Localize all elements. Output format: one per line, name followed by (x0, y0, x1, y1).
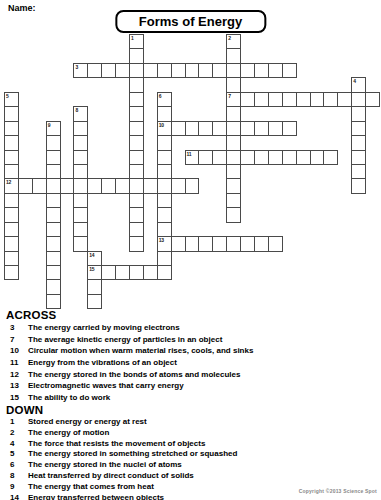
cell-number-13: 13 (159, 237, 164, 243)
grid-cell-r14c19[interactable] (268, 236, 283, 251)
grid-cell-r4c17[interactable] (240, 92, 255, 107)
grid-cell-r4c24[interactable] (337, 92, 352, 107)
grid-cell-r9c11[interactable] (157, 164, 172, 179)
clue-text: The force that resists the movement of o… (28, 439, 378, 450)
grid-cell-r15c11[interactable] (157, 251, 172, 266)
clue-text: The energy stored in the bonds of atoms … (28, 369, 378, 381)
grid-cell-r6c18[interactable] (254, 121, 269, 136)
down-clue-8: 8Heat transferred by direct conduct of s… (6, 471, 378, 482)
grid-cell-r2c19[interactable] (268, 63, 283, 78)
grid-cell-r1c9[interactable] (129, 48, 144, 63)
grid-cell-r5c11[interactable] (157, 106, 172, 121)
grid-cell-r9c5[interactable] (73, 164, 88, 179)
grid-cell-r12c16[interactable] (226, 207, 241, 222)
grid-cell-r8c9[interactable] (129, 150, 144, 165)
grid-cell-r4c25[interactable] (351, 92, 366, 107)
grid-cell-r6c11[interactable]: 10 (157, 121, 172, 136)
grid-cell-r10c11[interactable] (157, 178, 172, 193)
grid-cell-r16c10[interactable] (143, 265, 158, 280)
grid-cell-r12c9[interactable] (129, 207, 144, 222)
down-clue-5: 5The energy stored in something stretche… (6, 449, 378, 460)
across-clue-3: 3The energy carried by moving electrons (6, 322, 378, 334)
grid-cell-r8c23[interactable] (323, 150, 338, 165)
name-label: Name: (8, 3, 36, 13)
grid-cell-r12c11[interactable] (157, 207, 172, 222)
grid-cell-r4c0[interactable]: 5 (4, 92, 19, 107)
grid-cell-r16c7[interactable] (101, 265, 116, 280)
title-box: Forms of Energy (115, 10, 266, 33)
grid-cell-r6c13[interactable] (185, 121, 200, 136)
grid-cell-r10c16[interactable] (226, 178, 241, 193)
grid-cell-r16c3[interactable] (46, 265, 61, 280)
grid-cell-r4c16[interactable]: 7 (226, 92, 241, 107)
grid-cell-r5c16[interactable] (226, 106, 241, 121)
grid-cell-r10c0[interactable]: 12 (4, 178, 19, 193)
grid-cell-r8c13[interactable]: 11 (185, 150, 200, 165)
grid-cell-r12c0[interactable] (4, 207, 19, 222)
clue-number: 11 (6, 357, 28, 369)
grid-cell-r9c3[interactable] (46, 164, 61, 179)
grid-cell-r10c8[interactable] (115, 178, 130, 193)
grid-cell-r7c25[interactable] (351, 135, 366, 150)
grid-cell-r6c9[interactable] (129, 121, 144, 136)
grid-cell-r9c9[interactable] (129, 164, 144, 179)
grid-cell-r4c23[interactable] (323, 92, 338, 107)
cell-number-6: 6 (159, 93, 161, 99)
grid-cell-r6c16[interactable] (226, 121, 241, 136)
grid-cell-r4c21[interactable] (296, 92, 311, 107)
grid-cell-r14c13[interactable] (185, 236, 200, 251)
grid-cell-r15c0[interactable] (4, 251, 19, 266)
grid-cell-r7c0[interactable] (4, 135, 19, 150)
grid-cell-r0c16[interactable]: 2 (226, 34, 241, 49)
grid-cell-r2c12[interactable] (171, 63, 186, 78)
grid-cell-r10c6[interactable] (87, 178, 102, 193)
grid-cell-r15c6[interactable]: 14 (87, 251, 102, 266)
cell-number-11: 11 (187, 151, 192, 157)
clue-number: 15 (6, 392, 28, 404)
grid-cell-r10c9[interactable] (129, 178, 144, 193)
grid-cell-r11c16[interactable] (226, 193, 241, 208)
clue-text: The ability to do work (28, 392, 378, 404)
clue-text: Stored energy or energy at rest (28, 417, 378, 428)
grid-cell-r8c0[interactable] (4, 150, 19, 165)
grid-cell-r10c1[interactable] (18, 178, 33, 193)
clue-text: The energy of motion (28, 428, 378, 439)
grid-cell-r10c25[interactable] (351, 178, 366, 193)
clue-number: 7 (6, 334, 28, 346)
down-section: DOWN 1Stored energy or energy at rest2Th… (6, 404, 378, 500)
grid-cell-r14c3[interactable] (46, 236, 61, 251)
grid-cell-r12c5[interactable] (73, 207, 88, 222)
grid-cell-r16c9[interactable] (129, 265, 144, 280)
grid-cell-r14c0[interactable] (4, 236, 19, 251)
clue-text: The energy carried by moving electrons (28, 322, 378, 334)
grid-cell-r6c5[interactable] (73, 121, 88, 136)
grid-cell-r6c15[interactable] (212, 121, 227, 136)
grid-cell-r9c0[interactable] (4, 164, 19, 179)
grid-cell-r3c16[interactable] (226, 77, 241, 92)
across-clue-11: 11Energy from the vibrations of an objec… (6, 357, 378, 369)
grid-cell-r1c16[interactable] (226, 48, 241, 63)
grid-cell-r6c17[interactable] (240, 121, 255, 136)
cell-number-5: 5 (6, 93, 8, 99)
grid-cell-r5c5[interactable]: 8 (73, 106, 88, 121)
grid-cell-r2c8[interactable] (115, 63, 130, 78)
clue-number: 3 (6, 322, 28, 334)
grid-cell-r16c11[interactable] (157, 265, 172, 280)
clues-section: ACROSS 3The energy carried by moving ele… (6, 309, 378, 500)
grid-cell-r6c14[interactable] (198, 121, 213, 136)
grid-cell-r8c20[interactable] (282, 150, 297, 165)
grid-cell-r8c15[interactable] (212, 150, 227, 165)
down-clue-14: 14Energy transferred between objects (6, 493, 378, 500)
clue-number: 4 (6, 439, 28, 450)
grid-cell-r7c16[interactable] (226, 135, 241, 150)
grid-cell-r16c0[interactable] (4, 265, 19, 280)
grid-cell-r12c3[interactable] (46, 207, 61, 222)
grid-cell-r2c15[interactable] (212, 63, 227, 78)
grid-cell-r2c9[interactable] (129, 63, 144, 78)
grid-cell-r2c17[interactable] (240, 63, 255, 78)
grid-cell-r8c18[interactable] (254, 150, 269, 165)
grid-cell-r13c11[interactable] (157, 222, 172, 237)
grid-cell-r7c5[interactable] (73, 135, 88, 150)
across-clue-10: 10Circular motion when warm material ris… (6, 345, 378, 357)
grid-cell-r14c18[interactable] (254, 236, 269, 251)
grid-cell-r8c22[interactable] (310, 150, 325, 165)
grid-cell-r14c5[interactable] (73, 236, 88, 251)
grid-cell-r13c3[interactable] (46, 222, 61, 237)
clue-text: Heat transferred by direct conduct of so… (28, 471, 378, 482)
grid-cell-r6c25[interactable] (351, 121, 366, 136)
clue-number: 13 (6, 380, 28, 392)
grid-cell-r8c19[interactable] (268, 150, 283, 165)
cell-number-10: 10 (159, 122, 164, 128)
grid-cell-r8c25[interactable] (351, 150, 366, 165)
grid-cell-r11c5[interactable] (73, 193, 88, 208)
cell-number-12: 12 (6, 179, 11, 185)
grid-cell-r9c25[interactable] (351, 164, 366, 179)
down-clue-6: 6The energy stored in the nuclei of atom… (6, 460, 378, 471)
grid-cell-r4c18[interactable] (254, 92, 269, 107)
grid-cell-r2c13[interactable] (185, 63, 200, 78)
grid-cell-r13c9[interactable] (129, 222, 144, 237)
copyright: Copyright ©2013 Science Spot (299, 488, 377, 494)
cell-number-9: 9 (48, 122, 50, 128)
clue-text: Energy transferred between objects (28, 493, 378, 500)
grid-cell-r5c9[interactable] (129, 106, 144, 121)
crossword-grid: 123456789101112131415 (4, 34, 379, 308)
cell-number-7: 7 (228, 93, 230, 99)
grid-cell-r5c0[interactable] (4, 106, 19, 121)
grid-cell-r2c6[interactable] (87, 63, 102, 78)
down-clue-2: 2The energy of motion (6, 428, 378, 439)
grid-cell-r10c12[interactable] (171, 178, 186, 193)
grid-cell-r3c25[interactable]: 4 (351, 77, 366, 92)
grid-cell-r7c3[interactable] (46, 135, 61, 150)
grid-cell-r10c4[interactable] (60, 178, 75, 193)
grid-cell-r2c14[interactable] (198, 63, 213, 78)
grid-cell-r5c25[interactable] (351, 106, 366, 121)
grid-cell-r10c13[interactable] (185, 178, 200, 193)
page-title: Forms of Energy (139, 14, 242, 29)
grid-cell-r11c9[interactable] (129, 193, 144, 208)
grid-cell-r14c17[interactable] (240, 236, 255, 251)
grid-cell-r2c18[interactable] (254, 63, 269, 78)
grid-cell-r2c5[interactable]: 3 (73, 63, 88, 78)
grid-cell-r10c7[interactable] (101, 178, 116, 193)
grid-cell-r8c14[interactable] (198, 150, 213, 165)
grid-cell-r11c0[interactable] (4, 193, 19, 208)
cell-number-8: 8 (75, 107, 77, 113)
grid-cell-r13c5[interactable] (73, 222, 88, 237)
across-header: ACROSS (6, 309, 378, 322)
grid-cell-r4c19[interactable] (268, 92, 283, 107)
down-header: DOWN (6, 404, 378, 417)
grid-cell-r16c6[interactable]: 15 (87, 265, 102, 280)
grid-cell-r2c20[interactable] (282, 63, 297, 78)
clue-number: 2 (6, 428, 28, 439)
grid-cell-r17c6[interactable] (87, 279, 102, 294)
grid-cell-r14c15[interactable] (212, 236, 227, 251)
grid-cell-r8c17[interactable] (240, 150, 255, 165)
grid-cell-r8c21[interactable] (296, 150, 311, 165)
grid-cell-r3c9[interactable] (129, 77, 144, 92)
clue-text: The energy stored in the nuclei of atoms (28, 460, 378, 471)
grid-cell-r2c10[interactable] (143, 63, 158, 78)
grid-cell-r18c3[interactable] (46, 294, 61, 309)
grid-cell-r6c3[interactable]: 9 (46, 121, 61, 136)
grid-cell-r11c3[interactable] (46, 193, 61, 208)
clue-number: 12 (6, 369, 28, 381)
grid-cell-r8c5[interactable] (73, 150, 88, 165)
clue-number: 6 (6, 460, 28, 471)
grid-cell-r15c3[interactable] (46, 251, 61, 266)
clue-number: 5 (6, 449, 28, 460)
grid-cell-r7c9[interactable] (129, 135, 144, 150)
grid-cell-r18c6[interactable] (87, 294, 102, 309)
grid-cell-r8c3[interactable] (46, 150, 61, 165)
grid-cell-r6c19[interactable] (268, 121, 283, 136)
grid-cell-r2c7[interactable] (101, 63, 116, 78)
down-clue-1: 1Stored energy or energy at rest (6, 417, 378, 428)
grid-cell-r7c11[interactable] (157, 135, 172, 150)
grid-cell-r2c16[interactable] (226, 63, 241, 78)
clue-text: The average kinetic energy of particles … (28, 334, 378, 346)
across-clue-12: 12The energy stored in the bonds of atom… (6, 369, 378, 381)
grid-cell-r4c11[interactable]: 6 (157, 92, 172, 107)
clue-number: 1 (6, 417, 28, 428)
clue-number: 9 (6, 482, 28, 493)
clue-text: Energy from the vibrations of an object (28, 357, 378, 369)
cell-number-4: 4 (353, 78, 355, 84)
grid-cell-r6c0[interactable] (4, 121, 19, 136)
grid-cell-r10c3[interactable] (46, 178, 61, 193)
grid-cell-r10c2[interactable] (32, 178, 47, 193)
grid-cell-r6c20[interactable] (282, 121, 297, 136)
grid-cell-r14c14[interactable] (198, 236, 213, 251)
grid-cell-r4c26[interactable] (365, 92, 380, 107)
grid-cell-r17c3[interactable] (46, 279, 61, 294)
across-clue-15: 15The ability to do work (6, 392, 378, 404)
grid-cell-r8c11[interactable] (157, 150, 172, 165)
grid-cell-r4c22[interactable] (310, 92, 325, 107)
clue-text: The energy stored in something stretched… (28, 449, 378, 460)
grid-cell-r4c9[interactable] (129, 92, 144, 107)
grid-cell-r8c16[interactable] (226, 150, 241, 165)
cell-number-3: 3 (75, 64, 77, 70)
cell-number-14: 14 (89, 252, 94, 258)
down-clue-4: 4The force that resists the movement of … (6, 439, 378, 450)
clue-text: Electromagnetic waves that carry energy (28, 380, 378, 392)
grid-cell-r11c11[interactable] (157, 193, 172, 208)
grid-cell-r10c10[interactable] (143, 178, 158, 193)
grid-cell-r4c20[interactable] (282, 92, 297, 107)
clue-text: Circular motion when warm material rises… (28, 345, 378, 357)
grid-cell-r16c8[interactable] (115, 265, 130, 280)
clue-number: 8 (6, 471, 28, 482)
across-clue-13: 13Electromagnetic waves that carry energ… (6, 380, 378, 392)
clue-number: 10 (6, 345, 28, 357)
grid-cell-r9c16[interactable] (226, 164, 241, 179)
cell-number-2: 2 (228, 35, 230, 41)
across-clues-list: 3The energy carried by moving electrons7… (6, 322, 378, 404)
grid-cell-r13c0[interactable] (4, 222, 19, 237)
cell-number-1: 1 (131, 35, 133, 41)
grid-cell-r14c16[interactable] (226, 236, 241, 251)
grid-cell-r2c11[interactable] (157, 63, 172, 78)
grid-cell-r14c11[interactable]: 13 (157, 236, 172, 251)
grid-cell-r10c5[interactable] (73, 178, 88, 193)
grid-cell-r14c12[interactable] (171, 236, 186, 251)
grid-cell-r6c12[interactable] (171, 121, 186, 136)
cell-number-15: 15 (89, 266, 94, 272)
grid-cell-r14c9[interactable] (129, 236, 144, 251)
clue-number: 14 (6, 493, 28, 500)
across-clue-7: 7The average kinetic energy of particles… (6, 334, 378, 346)
grid-cell-r0c9[interactable]: 1 (129, 34, 144, 49)
